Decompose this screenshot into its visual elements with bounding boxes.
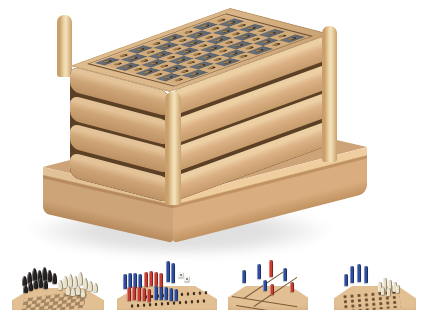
peg-hole <box>271 43 281 46</box>
chess-piece-peg-black <box>43 280 48 289</box>
chess-piece-peg-black <box>47 270 52 282</box>
chess-piece-peg-cream <box>58 280 63 290</box>
game-peg-red <box>142 288 146 301</box>
game-peg-blue <box>364 266 368 283</box>
game-peg-blue <box>138 274 142 288</box>
chess-piece-peg-cream <box>83 278 88 289</box>
game-peg-red <box>144 272 148 287</box>
die <box>184 276 190 282</box>
product-photo <box>0 0 430 310</box>
game-peg-red <box>147 289 151 302</box>
thumbnail-tic-tac-toe[interactable] <box>224 258 312 310</box>
thumbnail-chess[interactable] <box>8 256 108 310</box>
chess-piece-peg-black <box>52 273 57 284</box>
chess-piece-peg-cream <box>81 289 86 297</box>
chess-piece-peg-black <box>33 280 38 289</box>
corner-dowel-front <box>165 92 181 205</box>
game-peg-red <box>137 287 141 301</box>
game-peg-blue <box>164 287 168 300</box>
peg-hole <box>287 37 297 40</box>
game-peg-blue <box>263 280 267 291</box>
game-peg-blue <box>154 286 158 300</box>
game-peg-blue <box>159 286 163 300</box>
game-peg-blue <box>166 261 170 282</box>
corner-dowel-right <box>322 26 337 162</box>
game-peg-blue <box>174 289 178 301</box>
thumbnail-peg-solitaire[interactable] <box>330 256 420 310</box>
game-peg-blue <box>128 273 132 288</box>
game-peg-cream <box>396 285 400 293</box>
game-peg-blue <box>257 264 261 279</box>
chess-piece-peg-cream <box>71 288 76 296</box>
game-peg-red <box>269 260 273 277</box>
game-peg-red <box>132 286 136 300</box>
game-peg-blue <box>283 268 287 281</box>
game-peg-red <box>127 287 131 301</box>
chess-piece-peg-cream <box>78 272 83 285</box>
peg-hole <box>222 60 232 63</box>
thumbnail-backgammon[interactable] <box>115 252 219 310</box>
game-peg-red <box>149 271 153 286</box>
chess-piece-peg-black <box>28 282 33 291</box>
game-peg-red <box>159 273 163 287</box>
chess-piece-peg-black <box>42 267 47 281</box>
game-peg-blue <box>169 288 173 301</box>
chess-piece-peg-cream <box>76 286 81 295</box>
game-peg-red <box>270 284 274 295</box>
chess-piece-peg-black <box>23 285 28 293</box>
peg-hole <box>206 66 216 69</box>
corner-dowel-back-left <box>57 15 72 77</box>
chess-piece-peg-cream <box>66 286 71 295</box>
peg-hole <box>238 55 248 58</box>
game-peg-blue <box>350 266 354 283</box>
game-peg-red <box>290 282 294 292</box>
game-peg-cream <box>387 288 391 296</box>
peg-hole <box>174 78 184 81</box>
game-peg-blue <box>171 263 175 283</box>
peg-hole <box>190 72 200 75</box>
chess-piece-peg-black <box>38 278 43 288</box>
chess-piece-peg-cream <box>88 281 93 291</box>
game-peg-blue <box>242 270 246 283</box>
game-peg-cream <box>381 287 385 295</box>
chess-piece-peg-cream <box>93 283 98 292</box>
game-peg-blue <box>357 264 361 282</box>
game-peg-red <box>154 272 158 286</box>
game-peg-blue <box>123 274 127 289</box>
peg-hole <box>255 49 265 52</box>
game-peg-blue <box>344 274 348 286</box>
